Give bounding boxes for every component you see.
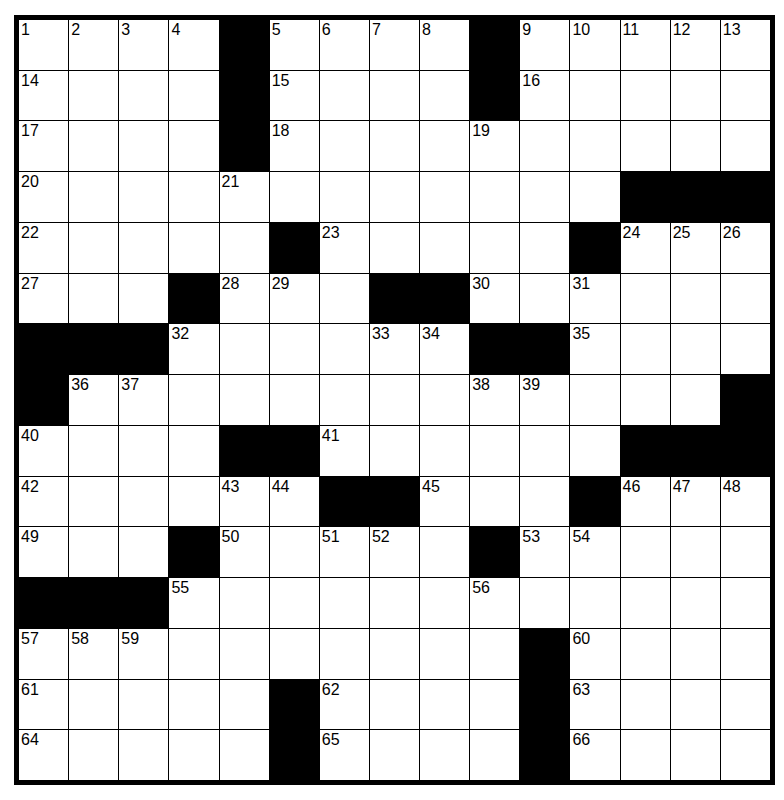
grid-cell[interactable] xyxy=(320,629,369,679)
grid-cell[interactable] xyxy=(570,71,619,121)
clue-number: 58 xyxy=(71,629,89,648)
grid-cell[interactable] xyxy=(220,223,269,273)
grid-cell[interactable] xyxy=(470,426,519,476)
clue-number: 50 xyxy=(222,527,240,546)
grid-cell[interactable]: 39 xyxy=(520,375,569,425)
grid-cell[interactable] xyxy=(169,121,218,171)
grid-cell[interactable]: 42 xyxy=(19,477,68,527)
block-cell xyxy=(119,324,168,374)
grid-cell[interactable]: 56 xyxy=(470,578,519,628)
block-cell xyxy=(520,324,569,374)
grid-cell[interactable] xyxy=(119,477,168,527)
clue-number: 8 xyxy=(422,20,431,39)
block-cell xyxy=(420,274,469,324)
grid-cell[interactable] xyxy=(370,578,419,628)
grid-cell[interactable]: 47 xyxy=(671,477,720,527)
grid-cell[interactable] xyxy=(420,426,469,476)
grid-cell[interactable] xyxy=(220,730,269,780)
grid-cell[interactable] xyxy=(570,375,619,425)
grid-cell[interactable] xyxy=(671,274,720,324)
clue-number: 19 xyxy=(472,121,490,140)
grid-cell[interactable] xyxy=(119,121,168,171)
grid-cell[interactable]: 36 xyxy=(69,375,118,425)
block-cell xyxy=(370,477,419,527)
grid-cell[interactable] xyxy=(169,71,218,121)
grid-cell[interactable] xyxy=(420,527,469,577)
grid-cell[interactable] xyxy=(169,477,218,527)
block-cell xyxy=(470,527,519,577)
grid-cell[interactable] xyxy=(69,274,118,324)
grid-cell[interactable] xyxy=(270,629,319,679)
grid-cell[interactable]: 17 xyxy=(19,121,68,171)
grid-cell[interactable]: 45 xyxy=(420,477,469,527)
clue-number: 45 xyxy=(422,477,440,496)
clue-number: 15 xyxy=(272,71,290,90)
clue-number: 2 xyxy=(71,20,80,39)
grid-cell[interactable] xyxy=(721,578,770,628)
grid-cell[interactable]: 16 xyxy=(520,71,569,121)
grid-cell[interactable] xyxy=(169,629,218,679)
grid-cell[interactable] xyxy=(119,172,168,222)
grid-cell[interactable] xyxy=(721,730,770,780)
block-cell xyxy=(270,426,319,476)
grid-cell[interactable]: 12 xyxy=(671,20,720,70)
clue-number: 21 xyxy=(222,172,240,191)
grid-cell[interactable] xyxy=(470,477,519,527)
grid-cell[interactable] xyxy=(270,172,319,222)
block-cell xyxy=(19,324,68,374)
clue-number: 14 xyxy=(21,71,39,90)
grid-cell[interactable] xyxy=(520,223,569,273)
grid-cell[interactable] xyxy=(621,375,670,425)
grid-cell[interactable] xyxy=(721,71,770,121)
clue-number: 41 xyxy=(322,426,340,445)
block-cell xyxy=(721,172,770,222)
grid-cell[interactable] xyxy=(119,274,168,324)
grid-cell[interactable] xyxy=(320,324,369,374)
grid-cell[interactable] xyxy=(520,274,569,324)
clue-number: 43 xyxy=(222,477,240,496)
clue-number: 11 xyxy=(623,20,640,39)
grid-cell[interactable] xyxy=(69,172,118,222)
grid-cell[interactable] xyxy=(119,71,168,121)
clue-number: 62 xyxy=(322,680,340,699)
clue-number: 4 xyxy=(171,20,180,39)
grid-cell[interactable] xyxy=(420,71,469,121)
crossword-grid: 1234567891011121314151617181920212223242… xyxy=(14,15,775,785)
grid-cell[interactable] xyxy=(420,578,469,628)
grid-cell[interactable] xyxy=(370,172,419,222)
clue-number: 13 xyxy=(723,20,741,39)
clue-number: 59 xyxy=(121,629,139,648)
block-cell xyxy=(520,730,569,780)
grid-cell[interactable] xyxy=(320,121,369,171)
grid-cell[interactable] xyxy=(621,527,670,577)
grid-cell[interactable]: 50 xyxy=(220,527,269,577)
block-cell xyxy=(220,121,269,171)
clue-number: 34 xyxy=(422,324,440,343)
clue-number: 36 xyxy=(71,375,89,394)
clue-number: 6 xyxy=(322,20,331,39)
block-cell xyxy=(270,730,319,780)
clue-number: 39 xyxy=(522,375,540,394)
block-cell xyxy=(570,223,619,273)
grid-cell[interactable] xyxy=(721,324,770,374)
grid-cell[interactable]: 46 xyxy=(621,477,670,527)
grid-cell[interactable]: 2 xyxy=(69,20,118,70)
block-cell xyxy=(721,426,770,476)
block-cell xyxy=(220,20,269,70)
grid-cell[interactable] xyxy=(671,375,720,425)
clue-number: 64 xyxy=(21,730,39,749)
grid-cell[interactable] xyxy=(370,426,419,476)
grid-cell[interactable]: 66 xyxy=(570,730,619,780)
grid-cell[interactable] xyxy=(420,223,469,273)
clue-number: 9 xyxy=(522,20,531,39)
clue-number: 53 xyxy=(522,527,540,546)
clue-number: 52 xyxy=(372,527,390,546)
grid-cell[interactable] xyxy=(119,730,168,780)
grid-cell[interactable]: 6 xyxy=(320,20,369,70)
grid-cell[interactable] xyxy=(470,629,519,679)
grid-cell[interactable] xyxy=(621,121,670,171)
grid-cell[interactable]: 24 xyxy=(621,223,670,273)
clue-number: 33 xyxy=(372,324,390,343)
grid-cell[interactable]: 60 xyxy=(570,629,619,679)
grid-cell[interactable]: 51 xyxy=(320,527,369,577)
clue-number: 37 xyxy=(121,375,139,394)
grid-cell[interactable] xyxy=(320,172,369,222)
grid-cell[interactable] xyxy=(370,71,419,121)
clue-number: 31 xyxy=(572,274,590,293)
grid-cell[interactable] xyxy=(470,680,519,730)
clue-number: 51 xyxy=(322,527,340,546)
grid-cell[interactable] xyxy=(69,71,118,121)
grid-cell[interactable] xyxy=(520,578,569,628)
block-cell xyxy=(520,629,569,679)
clue-number: 55 xyxy=(171,578,189,597)
grid-cell[interactable] xyxy=(370,121,419,171)
grid-cell[interactable] xyxy=(420,730,469,780)
clue-number: 63 xyxy=(572,680,590,699)
grid-cell[interactable]: 35 xyxy=(570,324,619,374)
clue-number: 18 xyxy=(272,121,290,140)
grid-cell[interactable]: 15 xyxy=(270,71,319,121)
clue-number: 48 xyxy=(723,477,741,496)
grid-cell[interactable]: 54 xyxy=(570,527,619,577)
clue-number: 47 xyxy=(673,477,691,496)
grid-cell[interactable] xyxy=(220,324,269,374)
grid-cell[interactable] xyxy=(621,274,670,324)
grid-cell[interactable]: 38 xyxy=(470,375,519,425)
grid-cell[interactable] xyxy=(69,477,118,527)
grid-cell[interactable] xyxy=(320,578,369,628)
grid-cell[interactable]: 34 xyxy=(420,324,469,374)
grid-cell[interactable]: 30 xyxy=(470,274,519,324)
grid-cell[interactable] xyxy=(671,629,720,679)
clue-number: 5 xyxy=(272,20,281,39)
grid-cell[interactable] xyxy=(270,375,319,425)
grid-cell[interactable]: 61 xyxy=(19,680,68,730)
grid-cell[interactable]: 29 xyxy=(270,274,319,324)
clue-number: 1 xyxy=(21,20,30,39)
grid-cell[interactable] xyxy=(320,375,369,425)
grid-cell[interactable] xyxy=(470,730,519,780)
clue-number: 56 xyxy=(472,578,490,597)
clue-number: 46 xyxy=(623,477,641,496)
grid-cell[interactable] xyxy=(370,375,419,425)
grid-cell[interactable] xyxy=(721,121,770,171)
block-cell xyxy=(320,477,369,527)
grid-cell[interactable]: 63 xyxy=(570,680,619,730)
grid-cell[interactable] xyxy=(621,71,670,121)
clue-number: 60 xyxy=(572,629,590,648)
grid-cell[interactable]: 33 xyxy=(370,324,419,374)
grid-cell[interactable]: 64 xyxy=(19,730,68,780)
grid-cell[interactable] xyxy=(671,71,720,121)
grid-cell[interactable] xyxy=(69,527,118,577)
grid-cell[interactable] xyxy=(420,172,469,222)
grid-cell[interactable] xyxy=(470,223,519,273)
grid-cell[interactable]: 65 xyxy=(320,730,369,780)
grid-cell[interactable] xyxy=(621,578,670,628)
grid-cell[interactable] xyxy=(119,223,168,273)
grid-cell[interactable] xyxy=(69,730,118,780)
block-cell xyxy=(270,223,319,273)
grid-cell[interactable] xyxy=(520,477,569,527)
block-cell xyxy=(19,578,68,628)
grid-cell[interactable] xyxy=(671,578,720,628)
grid-cell[interactable]: 32 xyxy=(169,324,218,374)
grid-cell[interactable] xyxy=(69,426,118,476)
block-cell xyxy=(721,375,770,425)
clue-number: 49 xyxy=(21,527,39,546)
grid-cell[interactable]: 28 xyxy=(220,274,269,324)
grid-cell[interactable] xyxy=(220,680,269,730)
grid-cell[interactable]: 5 xyxy=(270,20,319,70)
grid-cell[interactable] xyxy=(370,223,419,273)
grid-cell[interactable]: 49 xyxy=(19,527,68,577)
block-cell xyxy=(470,71,519,121)
grid-cell[interactable] xyxy=(520,172,569,222)
grid-cell[interactable]: 58 xyxy=(69,629,118,679)
grid-cell[interactable]: 10 xyxy=(570,20,619,70)
grid-cell[interactable] xyxy=(721,527,770,577)
clue-number: 26 xyxy=(723,223,741,242)
grid-cell[interactable]: 44 xyxy=(270,477,319,527)
grid-cell[interactable] xyxy=(370,730,419,780)
grid-cell[interactable] xyxy=(570,172,619,222)
grid-cell[interactable] xyxy=(721,629,770,679)
clue-number: 61 xyxy=(21,680,39,699)
clue-number: 38 xyxy=(472,375,490,394)
block-cell xyxy=(370,274,419,324)
grid-cell[interactable]: 57 xyxy=(19,629,68,679)
grid-cell[interactable]: 11 xyxy=(621,20,670,70)
block-cell xyxy=(69,324,118,374)
grid-cell[interactable]: 13 xyxy=(721,20,770,70)
grid-cell[interactable]: 8 xyxy=(420,20,469,70)
grid-cell[interactable] xyxy=(169,680,218,730)
grid-cell[interactable] xyxy=(420,680,469,730)
grid-cell[interactable] xyxy=(621,680,670,730)
block-cell xyxy=(470,20,519,70)
grid-cell[interactable]: 23 xyxy=(320,223,369,273)
grid-cell[interactable] xyxy=(621,324,670,374)
grid-cell[interactable]: 62 xyxy=(320,680,369,730)
clue-number: 22 xyxy=(21,223,39,242)
grid-cell[interactable]: 55 xyxy=(169,578,218,628)
grid-cell[interactable] xyxy=(69,223,118,273)
clue-number: 44 xyxy=(272,477,290,496)
block-cell xyxy=(671,426,720,476)
grid-cell[interactable] xyxy=(671,121,720,171)
block-cell xyxy=(520,680,569,730)
grid-cell[interactable] xyxy=(270,578,319,628)
grid-cell[interactable] xyxy=(119,426,168,476)
grid-cell[interactable] xyxy=(520,121,569,171)
grid-cell[interactable]: 40 xyxy=(19,426,68,476)
crossword-board: 1234567891011121314151617181920212223242… xyxy=(14,15,775,785)
grid-cell[interactable]: 22 xyxy=(19,223,68,273)
grid-cell[interactable]: 9 xyxy=(520,20,569,70)
block-cell xyxy=(169,527,218,577)
grid-cell[interactable] xyxy=(520,426,569,476)
grid-cell[interactable] xyxy=(570,426,619,476)
clue-number: 40 xyxy=(21,426,39,445)
block-cell xyxy=(470,324,519,374)
grid-cell[interactable] xyxy=(420,629,469,679)
grid-cell[interactable] xyxy=(370,629,419,679)
block-cell xyxy=(69,578,118,628)
clue-number: 28 xyxy=(222,274,240,293)
grid-cell[interactable] xyxy=(570,121,619,171)
clue-number: 27 xyxy=(21,274,39,293)
grid-cell[interactable] xyxy=(220,629,269,679)
block-cell xyxy=(19,375,68,425)
block-cell xyxy=(220,71,269,121)
clue-number: 66 xyxy=(572,730,590,749)
grid-cell[interactable]: 43 xyxy=(220,477,269,527)
grid-cell[interactable] xyxy=(420,121,469,171)
grid-cell[interactable]: 7 xyxy=(370,20,419,70)
grid-cell[interactable] xyxy=(169,730,218,780)
block-cell xyxy=(570,477,619,527)
clue-number: 3 xyxy=(121,20,130,39)
grid-cell[interactable]: 1 xyxy=(19,20,68,70)
grid-cell[interactable] xyxy=(119,527,168,577)
grid-cell[interactable] xyxy=(169,172,218,222)
grid-cell[interactable]: 31 xyxy=(570,274,619,324)
block-cell xyxy=(671,172,720,222)
grid-cell[interactable]: 53 xyxy=(520,527,569,577)
grid-cell[interactable] xyxy=(119,680,168,730)
clue-number: 24 xyxy=(623,223,641,242)
grid-cell[interactable]: 3 xyxy=(119,20,168,70)
clue-number: 57 xyxy=(21,629,39,648)
grid-cell[interactable] xyxy=(420,375,469,425)
grid-cell[interactable] xyxy=(270,527,319,577)
clue-number: 20 xyxy=(21,172,39,191)
grid-cell[interactable]: 59 xyxy=(119,629,168,679)
grid-cell[interactable] xyxy=(320,274,369,324)
block-cell xyxy=(621,172,670,222)
clue-number: 23 xyxy=(322,223,340,242)
grid-cell[interactable]: 20 xyxy=(19,172,68,222)
grid-cell[interactable]: 4 xyxy=(169,20,218,70)
grid-cell[interactable]: 26 xyxy=(721,223,770,273)
block-cell xyxy=(119,578,168,628)
clue-number: 7 xyxy=(372,20,381,39)
clue-number: 54 xyxy=(572,527,590,546)
grid-cell[interactable] xyxy=(69,121,118,171)
block-cell xyxy=(621,426,670,476)
clue-number: 17 xyxy=(21,121,39,140)
clue-number: 65 xyxy=(322,730,340,749)
grid-cell[interactable] xyxy=(169,223,218,273)
grid-cell[interactable] xyxy=(671,324,720,374)
clue-number: 32 xyxy=(171,324,189,343)
grid-cell[interactable] xyxy=(570,578,619,628)
grid-cell[interactable] xyxy=(169,426,218,476)
grid-cell[interactable]: 41 xyxy=(320,426,369,476)
grid-cell[interactable] xyxy=(621,730,670,780)
grid-cell[interactable]: 27 xyxy=(19,274,68,324)
grid-cell[interactable] xyxy=(220,375,269,425)
grid-cell[interactable] xyxy=(270,324,319,374)
grid-cell[interactable] xyxy=(671,680,720,730)
grid-cell[interactable]: 52 xyxy=(370,527,419,577)
grid-cell[interactable] xyxy=(721,274,770,324)
clue-number: 10 xyxy=(572,20,590,39)
block-cell xyxy=(220,426,269,476)
grid-cell[interactable] xyxy=(721,680,770,730)
grid-cell[interactable] xyxy=(671,730,720,780)
clue-number: 35 xyxy=(572,324,590,343)
grid-cell[interactable]: 25 xyxy=(671,223,720,273)
clue-number: 25 xyxy=(673,223,691,242)
grid-cell[interactable] xyxy=(220,578,269,628)
grid-cell[interactable] xyxy=(169,375,218,425)
clue-number: 16 xyxy=(522,71,540,90)
grid-cell[interactable]: 37 xyxy=(119,375,168,425)
grid-cell[interactable]: 48 xyxy=(721,477,770,527)
grid-cell[interactable] xyxy=(621,629,670,679)
grid-cell[interactable] xyxy=(69,680,118,730)
grid-cell[interactable]: 21 xyxy=(220,172,269,222)
grid-cell[interactable] xyxy=(320,71,369,121)
clue-number: 42 xyxy=(21,477,39,496)
block-cell xyxy=(169,274,218,324)
grid-cell[interactable]: 19 xyxy=(470,121,519,171)
block-cell xyxy=(270,680,319,730)
clue-number: 30 xyxy=(472,274,490,293)
grid-cell[interactable] xyxy=(370,680,419,730)
grid-cell[interactable] xyxy=(671,527,720,577)
grid-cell[interactable]: 14 xyxy=(19,71,68,121)
clue-number: 29 xyxy=(272,274,290,293)
grid-cell[interactable] xyxy=(470,172,519,222)
clue-number: 12 xyxy=(673,20,691,39)
grid-cell[interactable]: 18 xyxy=(270,121,319,171)
